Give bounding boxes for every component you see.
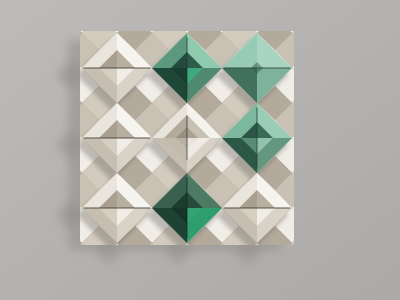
scene (0, 0, 400, 300)
tile-pattern (47, 0, 327, 278)
wall-art-render (0, 0, 400, 300)
